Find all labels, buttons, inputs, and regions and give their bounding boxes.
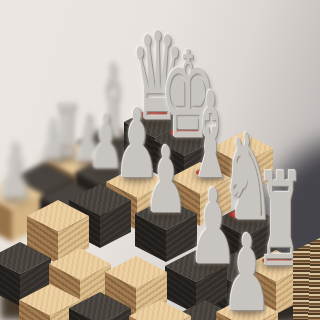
chess-piece-pawn: ♟ [197, 221, 297, 320]
board-edge-plywood [293, 238, 320, 320]
cube-top-face [129, 300, 191, 320]
board-cube-light [129, 300, 191, 320]
board-cube-dark [69, 292, 131, 320]
pawn-icon: ♟ [0, 132, 40, 210]
pawn-icon: ♟ [221, 221, 273, 320]
pyramid-chess-photo: ♝♟♜♟♟♟♛♚♝♟♟♞♜♟♟ [0, 0, 320, 320]
chess-piece-pawn: ♟ [0, 132, 64, 210]
